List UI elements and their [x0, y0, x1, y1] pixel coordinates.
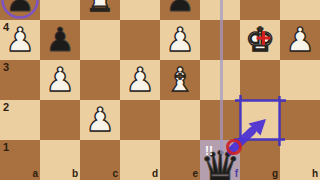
square-c3[interactable]: [80, 60, 120, 100]
square-c2[interactable]: ♟: [80, 100, 120, 140]
piece-white-pawn-b3[interactable]: ♟: [40, 60, 80, 100]
piece-black-pawn-b4[interactable]: ♟: [40, 20, 80, 60]
square-h5[interactable]: [280, 0, 320, 20]
file-label-g: g: [240, 168, 278, 179]
file-label-b: b: [40, 168, 78, 179]
piece-white-pawn-d3[interactable]: ♟: [120, 60, 160, 100]
square-d4[interactable]: [120, 20, 160, 60]
file-label-a: a: [0, 168, 38, 179]
square-g2[interactable]: [240, 100, 280, 140]
piece-white-pawn-e4[interactable]: ♟: [160, 20, 200, 60]
square-h3[interactable]: [280, 60, 320, 100]
board-grid: ♟♜♟♟♟♟♚♟♟♟♝♟♛: [0, 0, 320, 180]
file-label-d: d: [120, 168, 158, 179]
piece-white-rook-c5[interactable]: ♜: [80, 0, 120, 20]
square-b4[interactable]: ♟: [40, 20, 80, 60]
square-e2[interactable]: [160, 100, 200, 140]
square-e5[interactable]: ♟: [160, 0, 200, 20]
square-h4[interactable]: ♟: [280, 20, 320, 60]
board: ♟♜♟♟♟♟♚♟♟♟♝♟♛: [0, 0, 320, 180]
square-f5[interactable]: [200, 0, 240, 20]
piece-white-pawn-h4[interactable]: ♟: [280, 20, 320, 60]
piece-white-king-g4[interactable]: ♚: [240, 20, 280, 60]
file-label-c: c: [80, 168, 118, 179]
square-d2[interactable]: [120, 100, 160, 140]
piece-black-pawn-e5[interactable]: ♟: [160, 0, 200, 20]
square-d5[interactable]: [120, 0, 160, 20]
piece-white-pawn-c2[interactable]: ♟: [80, 100, 120, 140]
file-label-h: h: [280, 168, 318, 179]
square-g4[interactable]: ♚: [240, 20, 280, 60]
square-e4[interactable]: ♟: [160, 20, 200, 60]
rank-label-1: 1: [3, 141, 15, 153]
file-label-e: e: [160, 168, 198, 179]
piece-white-bishop-e3[interactable]: ♝: [160, 60, 200, 100]
square-b5[interactable]: [40, 0, 80, 20]
square-d3[interactable]: ♟: [120, 60, 160, 100]
square-b2[interactable]: [40, 100, 80, 140]
square-f4[interactable]: [200, 20, 240, 60]
square-g3[interactable]: [240, 60, 280, 100]
piece-black-pawn-a5[interactable]: ♟: [0, 0, 40, 20]
square-a5[interactable]: ♟: [0, 0, 40, 20]
square-h2[interactable]: [280, 100, 320, 140]
file-label-f: f: [200, 168, 238, 179]
square-c4[interactable]: [80, 20, 120, 60]
rank-label-2: 2: [3, 101, 15, 113]
square-f2[interactable]: [200, 100, 240, 140]
square-g5[interactable]: [240, 0, 280, 20]
rank-label-4: 4: [3, 21, 15, 33]
square-b3[interactable]: ♟: [40, 60, 80, 100]
chess-board-screenshot: ♟♜♟♟♟♟♚♟♟♟♝♟♛ 4321 abcdefgh !!: [0, 0, 320, 180]
rank-label-3: 3: [3, 61, 15, 73]
square-e3[interactable]: ♝: [160, 60, 200, 100]
square-f3[interactable]: [200, 60, 240, 100]
brilliant-move-badge: !!: [198, 140, 220, 162]
square-c5[interactable]: ♜: [80, 0, 120, 20]
